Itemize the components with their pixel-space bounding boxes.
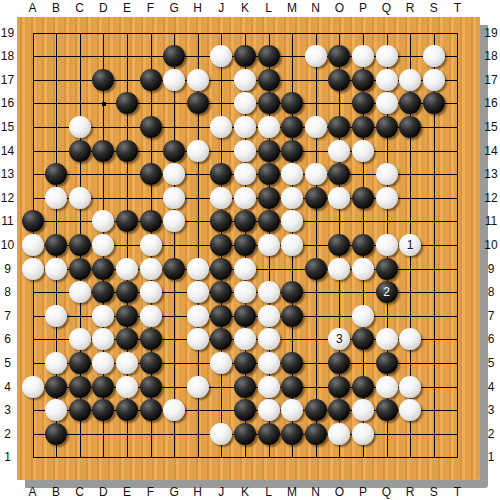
black-stone xyxy=(258,92,280,114)
row-label-right: 8 xyxy=(483,285,499,299)
black-stone xyxy=(187,92,209,114)
white-stone xyxy=(281,163,303,185)
black-stone xyxy=(140,328,162,350)
grid-line-vertical xyxy=(457,33,458,459)
white-stone xyxy=(234,281,256,303)
black-stone xyxy=(352,328,374,350)
column-label-top: T xyxy=(448,1,466,15)
column-label-bottom: R xyxy=(401,485,419,499)
black-stone xyxy=(352,187,374,209)
column-label-top: L xyxy=(260,1,278,15)
white-stone xyxy=(210,187,232,209)
white-stone xyxy=(328,140,350,162)
row-label-left: 14 xyxy=(0,144,15,158)
black-stone xyxy=(281,305,303,327)
white-stone xyxy=(281,399,303,421)
black-stone xyxy=(376,116,398,138)
row-label-left: 10 xyxy=(0,238,15,252)
column-label-bottom: F xyxy=(142,485,160,499)
black-stone xyxy=(352,92,374,114)
column-label-bottom: E xyxy=(118,485,136,499)
row-label-right: 13 xyxy=(483,167,499,181)
white-stone xyxy=(305,116,327,138)
column-label-bottom: Q xyxy=(378,485,396,499)
white-stone xyxy=(116,376,138,398)
black-stone xyxy=(399,116,421,138)
black-stone xyxy=(116,305,138,327)
move-number-label: 3 xyxy=(336,333,343,345)
black-stone xyxy=(258,423,280,445)
white-stone xyxy=(399,69,421,91)
white-stone xyxy=(376,45,398,67)
black-stone xyxy=(328,399,350,421)
black-stone xyxy=(258,45,280,67)
black-stone xyxy=(328,376,350,398)
white-stone xyxy=(376,376,398,398)
column-label-bottom: S xyxy=(425,485,443,499)
black-stone xyxy=(352,69,374,91)
white-stone xyxy=(352,305,374,327)
white-stone xyxy=(45,352,67,374)
black-stone xyxy=(234,210,256,232)
row-label-right: 11 xyxy=(483,214,499,228)
black-stone xyxy=(352,376,374,398)
black-stone xyxy=(328,45,350,67)
white-stone xyxy=(234,69,256,91)
white-stone xyxy=(234,92,256,114)
black-stone xyxy=(69,352,91,374)
white-stone xyxy=(45,258,67,280)
white-stone xyxy=(116,352,138,374)
black-stone xyxy=(258,163,280,185)
white-stone xyxy=(140,305,162,327)
black-stone xyxy=(399,92,421,114)
black-stone xyxy=(281,140,303,162)
black-stone xyxy=(281,376,303,398)
column-label-top: N xyxy=(307,1,325,15)
white-stone xyxy=(399,376,421,398)
column-label-top: K xyxy=(236,1,254,15)
white-stone xyxy=(163,210,185,232)
black-stone xyxy=(258,140,280,162)
move-number-label: 1 xyxy=(407,239,414,251)
white-stone xyxy=(281,234,303,256)
black-stone xyxy=(376,399,398,421)
black-stone xyxy=(423,92,445,114)
black-stone xyxy=(328,116,350,138)
white-stone xyxy=(258,328,280,350)
column-label-top: M xyxy=(283,1,301,15)
black-stone xyxy=(22,210,44,232)
row-label-right: 1 xyxy=(483,450,499,464)
column-label-top: D xyxy=(94,1,112,15)
white-stone xyxy=(163,187,185,209)
row-label-left: 18 xyxy=(0,49,15,63)
black-stone xyxy=(92,258,114,280)
row-label-left: 1 xyxy=(0,450,15,464)
white-stone xyxy=(234,116,256,138)
row-label-right: 15 xyxy=(483,120,499,134)
black-stone xyxy=(116,281,138,303)
white-stone xyxy=(22,376,44,398)
white-stone xyxy=(210,352,232,374)
row-label-right: 14 xyxy=(483,144,499,158)
black-stone xyxy=(69,376,91,398)
black-stone xyxy=(140,399,162,421)
white-stone xyxy=(281,210,303,232)
white-stone xyxy=(210,45,232,67)
row-label-right: 18 xyxy=(483,49,499,63)
row-label-left: 12 xyxy=(0,191,15,205)
black-stone xyxy=(328,69,350,91)
black-stone xyxy=(258,69,280,91)
black-stone xyxy=(305,399,327,421)
white-stone xyxy=(376,69,398,91)
black-stone xyxy=(45,423,67,445)
black-stone xyxy=(210,210,232,232)
black-stone xyxy=(140,376,162,398)
black-stone xyxy=(210,328,232,350)
white-stone xyxy=(352,423,374,445)
black-stone xyxy=(234,376,256,398)
black-stone xyxy=(140,116,162,138)
white-stone xyxy=(69,116,91,138)
column-label-bottom: M xyxy=(283,485,301,499)
white-stone xyxy=(328,187,350,209)
row-label-left: 6 xyxy=(0,332,15,346)
column-label-bottom: L xyxy=(260,485,278,499)
row-label-right: 6 xyxy=(483,332,499,346)
black-stone xyxy=(234,399,256,421)
white-stone xyxy=(258,281,280,303)
row-label-left: 15 xyxy=(0,120,15,134)
black-stone xyxy=(234,423,256,445)
row-label-left: 2 xyxy=(0,427,15,441)
black-stone xyxy=(305,258,327,280)
row-label-right: 7 xyxy=(483,309,499,323)
white-stone xyxy=(376,328,398,350)
row-label-right: 16 xyxy=(483,96,499,110)
white-stone xyxy=(187,305,209,327)
white-stone: 1 xyxy=(399,234,421,256)
black-stone: 2 xyxy=(376,281,398,303)
black-stone xyxy=(234,352,256,374)
black-stone xyxy=(281,92,303,114)
row-label-right: 5 xyxy=(483,356,499,370)
black-stone xyxy=(140,163,162,185)
white-stone xyxy=(352,45,374,67)
row-label-left: 7 xyxy=(0,309,15,323)
row-label-right: 17 xyxy=(483,73,499,87)
column-label-bottom: D xyxy=(94,485,112,499)
black-stone xyxy=(116,328,138,350)
black-stone xyxy=(352,234,374,256)
black-stone xyxy=(140,69,162,91)
white-stone xyxy=(187,258,209,280)
column-label-top: E xyxy=(118,1,136,15)
white-stone xyxy=(140,281,162,303)
white-stone xyxy=(234,187,256,209)
black-stone xyxy=(281,352,303,374)
black-stone xyxy=(45,234,67,256)
white-stone: 3 xyxy=(328,328,350,350)
column-label-top: S xyxy=(425,1,443,15)
row-label-left: 17 xyxy=(0,73,15,87)
black-stone xyxy=(45,376,67,398)
white-stone xyxy=(305,45,327,67)
black-stone xyxy=(92,399,114,421)
white-stone xyxy=(234,258,256,280)
column-label-top: C xyxy=(71,1,89,15)
white-stone xyxy=(281,187,303,209)
white-stone xyxy=(187,69,209,91)
white-stone xyxy=(376,92,398,114)
black-stone xyxy=(258,187,280,209)
column-label-bottom: K xyxy=(236,485,254,499)
white-stone xyxy=(328,423,350,445)
column-label-bottom: J xyxy=(212,485,230,499)
row-label-left: 19 xyxy=(0,26,15,40)
white-stone xyxy=(423,45,445,67)
column-label-top: H xyxy=(189,1,207,15)
white-stone xyxy=(45,305,67,327)
white-stone xyxy=(376,163,398,185)
black-stone xyxy=(163,140,185,162)
white-stone xyxy=(258,305,280,327)
white-stone xyxy=(258,234,280,256)
star-point xyxy=(102,102,106,106)
white-stone xyxy=(69,328,91,350)
black-stone xyxy=(376,352,398,374)
black-stone xyxy=(210,234,232,256)
white-stone xyxy=(210,423,232,445)
white-stone xyxy=(187,376,209,398)
black-stone xyxy=(210,281,232,303)
row-label-right: 10 xyxy=(483,238,499,252)
white-stone xyxy=(210,116,232,138)
row-label-left: 5 xyxy=(0,356,15,370)
white-stone xyxy=(258,116,280,138)
black-stone xyxy=(305,187,327,209)
black-stone xyxy=(234,234,256,256)
white-stone xyxy=(399,328,421,350)
white-stone xyxy=(163,163,185,185)
black-stone xyxy=(69,258,91,280)
white-stone xyxy=(305,163,327,185)
white-stone xyxy=(187,328,209,350)
black-stone xyxy=(328,352,350,374)
column-label-top: J xyxy=(212,1,230,15)
white-stone xyxy=(187,281,209,303)
row-label-left: 13 xyxy=(0,167,15,181)
column-label-bottom: N xyxy=(307,485,325,499)
white-stone xyxy=(22,234,44,256)
row-label-right: 9 xyxy=(483,262,499,276)
column-label-bottom: H xyxy=(189,485,207,499)
white-stone xyxy=(140,234,162,256)
row-label-left: 8 xyxy=(0,285,15,299)
grid-line-vertical xyxy=(316,33,317,459)
row-label-right: 12 xyxy=(483,191,499,205)
white-stone xyxy=(352,140,374,162)
white-stone xyxy=(376,187,398,209)
column-label-top: B xyxy=(47,1,65,15)
black-stone xyxy=(116,399,138,421)
column-label-bottom: T xyxy=(448,485,466,499)
black-stone xyxy=(92,140,114,162)
column-label-bottom: O xyxy=(330,485,348,499)
black-stone xyxy=(281,423,303,445)
white-stone xyxy=(45,399,67,421)
black-stone xyxy=(92,376,114,398)
black-stone xyxy=(210,305,232,327)
black-stone xyxy=(69,399,91,421)
row-label-left: 9 xyxy=(0,262,15,276)
black-stone xyxy=(116,140,138,162)
white-stone xyxy=(45,187,67,209)
white-stone xyxy=(187,140,209,162)
row-label-right: 3 xyxy=(483,403,499,417)
white-stone xyxy=(258,399,280,421)
column-label-top: O xyxy=(330,1,348,15)
column-label-bottom: C xyxy=(71,485,89,499)
black-stone xyxy=(305,423,327,445)
white-stone xyxy=(116,258,138,280)
white-stone xyxy=(234,163,256,185)
column-label-top: A xyxy=(24,1,42,15)
row-label-left: 11 xyxy=(0,214,15,228)
white-stone xyxy=(328,258,350,280)
black-stone xyxy=(210,258,232,280)
white-stone xyxy=(399,399,421,421)
white-stone xyxy=(92,352,114,374)
row-label-right: 2 xyxy=(483,427,499,441)
white-stone xyxy=(234,140,256,162)
column-label-top: R xyxy=(401,1,419,15)
black-stone xyxy=(116,92,138,114)
black-stone xyxy=(45,163,67,185)
white-stone xyxy=(423,69,445,91)
row-label-right: 19 xyxy=(483,26,499,40)
black-stone xyxy=(163,258,185,280)
black-stone xyxy=(92,281,114,303)
black-stone xyxy=(92,69,114,91)
black-stone xyxy=(140,210,162,232)
column-label-top: F xyxy=(142,1,160,15)
row-label-left: 3 xyxy=(0,403,15,417)
black-stone xyxy=(281,116,303,138)
black-stone xyxy=(328,234,350,256)
column-label-bottom: G xyxy=(165,485,183,499)
white-stone xyxy=(352,258,374,280)
black-stone xyxy=(116,210,138,232)
black-stone xyxy=(234,45,256,67)
black-stone xyxy=(69,140,91,162)
column-label-top: Q xyxy=(378,1,396,15)
black-stone xyxy=(140,352,162,374)
black-stone xyxy=(328,163,350,185)
black-stone xyxy=(210,163,232,185)
black-stone xyxy=(163,45,185,67)
row-label-right: 4 xyxy=(483,380,499,394)
white-stone xyxy=(92,328,114,350)
go-board[interactable]: 123 xyxy=(17,17,480,480)
white-stone xyxy=(69,187,91,209)
black-stone xyxy=(258,210,280,232)
white-stone xyxy=(258,352,280,374)
white-stone xyxy=(92,305,114,327)
white-stone xyxy=(352,399,374,421)
black-stone xyxy=(234,305,256,327)
white-stone xyxy=(163,399,185,421)
white-stone xyxy=(376,234,398,256)
column-label-bottom: A xyxy=(24,485,42,499)
column-label-top: G xyxy=(165,1,183,15)
black-stone xyxy=(281,281,303,303)
white-stone xyxy=(92,210,114,232)
grid-line-horizontal xyxy=(33,457,459,458)
column-label-bottom: P xyxy=(354,485,372,499)
row-label-left: 4 xyxy=(0,380,15,394)
column-label-bottom: B xyxy=(47,485,65,499)
white-stone xyxy=(92,234,114,256)
white-stone xyxy=(140,258,162,280)
move-number-label: 2 xyxy=(383,286,390,298)
black-stone xyxy=(376,258,398,280)
black-stone xyxy=(69,234,91,256)
white-stone xyxy=(234,328,256,350)
white-stone xyxy=(22,258,44,280)
white-stone xyxy=(69,281,91,303)
row-label-left: 16 xyxy=(0,96,15,110)
column-label-top: P xyxy=(354,1,372,15)
black-stone xyxy=(352,116,374,138)
white-stone xyxy=(258,376,280,398)
white-stone xyxy=(163,69,185,91)
